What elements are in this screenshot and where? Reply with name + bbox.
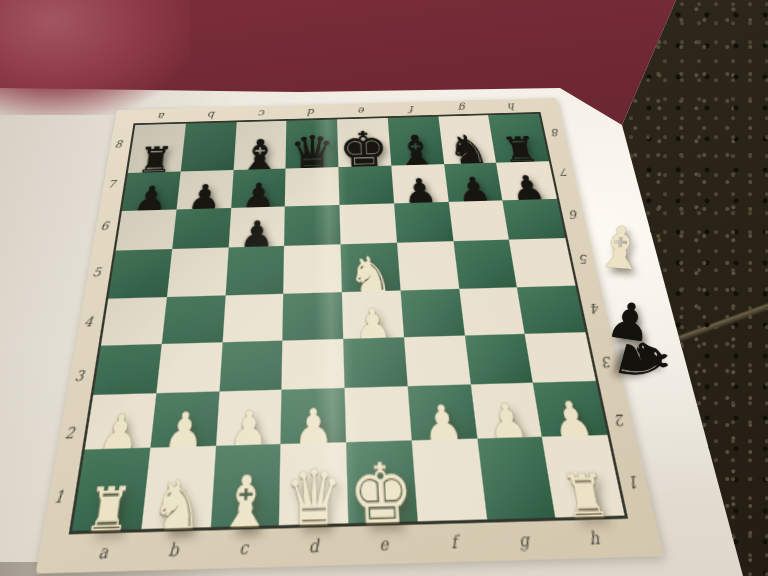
square-f5[interactable] [397, 241, 459, 290]
square-c7[interactable]: ♟ [231, 169, 286, 208]
square-f1[interactable] [411, 439, 486, 522]
square-b6[interactable] [172, 208, 231, 250]
file-label-a: a [67, 542, 140, 562]
square-b3[interactable] [156, 342, 222, 394]
square-e1[interactable]: ♚ [346, 440, 417, 523]
square-d6[interactable] [284, 205, 340, 247]
chessboard: ♜♝♛♚♝♞♜♟♟♟♟♟♟♟♞♟♟♟♟♟♟♟♟♜♞♝♛♚♜ abcdefgh a… [117, 98, 568, 495]
square-c6[interactable]: ♟ [228, 206, 285, 248]
file-label-top-h: h [486, 101, 538, 112]
square-c3[interactable] [219, 340, 283, 392]
rank-label-right-8: 8 [548, 113, 564, 151]
white-knight-b1[interactable]: ♞ [148, 471, 207, 540]
white-queen-d1[interactable]: ♛ [283, 460, 345, 538]
file-label-top-a: a [136, 111, 187, 122]
square-d8[interactable]: ♛ [286, 119, 339, 168]
rank-label-6: 6 [97, 205, 112, 249]
square-h2[interactable]: ♟ [533, 381, 607, 436]
square-h1[interactable]: ♜ [542, 435, 625, 518]
square-d4[interactable] [283, 292, 344, 340]
square-g4[interactable] [459, 287, 525, 335]
rank-label-3: 3 [70, 348, 88, 404]
square-a2[interactable]: ♟ [85, 394, 156, 450]
file-label-f: f [418, 532, 490, 552]
square-e3[interactable] [343, 337, 407, 388]
square-a7[interactable]: ♟ [122, 171, 181, 210]
square-c1[interactable]: ♝ [210, 444, 281, 527]
square-f8[interactable]: ♝ [387, 117, 443, 166]
square-a4[interactable] [101, 297, 167, 345]
white-rook-h1[interactable]: ♜ [558, 466, 616, 527]
square-e8[interactable]: ♚ [337, 118, 391, 167]
white-rook-a1[interactable]: ♜ [81, 479, 136, 540]
file-label-g: g [488, 531, 561, 551]
square-a3[interactable] [93, 344, 161, 396]
rank-label-7: 7 [104, 164, 118, 205]
square-e5[interactable]: ♞ [341, 243, 401, 292]
rank-label-2: 2 [60, 404, 79, 465]
square-c4[interactable] [222, 294, 283, 342]
square-h5[interactable] [509, 238, 575, 287]
square-g7[interactable]: ♟ [444, 163, 503, 202]
square-b1[interactable]: ♞ [141, 446, 215, 529]
square-h8[interactable]: ♜ [488, 114, 549, 163]
file-label-top-g: g [436, 102, 487, 113]
file-label-top-c: c [236, 108, 286, 119]
rank-label-right-7: 7 [556, 151, 573, 192]
square-h7[interactable]: ♟ [496, 161, 557, 200]
board-perspective-wrapper: ♜♝♛♚♝♞♜♟♟♟♟♟♟♟♞♟♟♟♟♟♟♟♟♜♞♝♛♚♜ abcdefgh a… [36, 98, 664, 574]
white-king-e1[interactable]: ♚ [348, 453, 417, 537]
rank-label-8: 8 [111, 125, 125, 164]
board-grid: ♜♝♛♚♝♞♜♟♟♟♟♟♟♟♞♟♟♟♟♟♟♟♟♜♞♝♛♚♜ [72, 114, 625, 531]
square-e7[interactable] [338, 166, 393, 205]
file-label-top-d: d [287, 107, 337, 118]
square-d7[interactable] [285, 167, 339, 206]
square-h6[interactable] [503, 198, 566, 239]
white-bishop-c1[interactable]: ♝ [216, 467, 274, 539]
square-h3[interactable] [525, 332, 596, 383]
square-a8[interactable]: ♜ [128, 124, 186, 173]
square-d5[interactable] [283, 244, 341, 293]
square-g5[interactable] [453, 240, 517, 289]
file-label-top-b: b [186, 109, 237, 120]
square-e4[interactable]: ♟ [342, 291, 404, 339]
square-e6[interactable] [339, 203, 396, 244]
square-f7[interactable]: ♟ [391, 164, 448, 203]
square-a1[interactable]: ♜ [72, 448, 150, 531]
square-b4[interactable] [162, 296, 226, 344]
square-f2[interactable]: ♟ [407, 385, 476, 440]
square-b5[interactable] [167, 248, 229, 298]
square-g3[interactable] [464, 334, 533, 385]
square-f4[interactable] [400, 289, 464, 337]
wall-highlight [0, 0, 190, 115]
square-b8[interactable] [180, 122, 236, 171]
square-a6[interactable] [116, 209, 177, 251]
rank-label-5: 5 [89, 249, 105, 297]
square-g6[interactable] [448, 200, 509, 241]
square-c2[interactable]: ♟ [215, 390, 281, 446]
square-f6[interactable] [394, 201, 453, 242]
rank-label-4: 4 [80, 297, 97, 349]
square-c8[interactable]: ♝ [233, 121, 287, 170]
square-c5[interactable] [225, 246, 284, 296]
square-b7[interactable]: ♟ [176, 170, 233, 209]
file-label-top-e: e [337, 105, 388, 116]
file-label-top-f: f [387, 104, 438, 115]
square-h4[interactable] [517, 286, 585, 334]
square-d2[interactable]: ♟ [281, 388, 346, 444]
square-g2[interactable]: ♟ [470, 383, 542, 438]
square-a5[interactable] [108, 249, 172, 299]
square-f3[interactable] [404, 335, 471, 386]
square-g8[interactable]: ♞ [438, 115, 496, 164]
square-b2[interactable]: ♟ [150, 392, 219, 448]
captured-white-bishop[interactable]: ♝ [592, 217, 648, 278]
square-e2[interactable] [345, 387, 412, 442]
board-border: ♜♝♛♚♝♞♜♟♟♟♟♟♟♟♞♟♟♟♟♟♟♟♟♜♞♝♛♚♜ abcdefgh a… [36, 98, 664, 574]
square-d3[interactable] [282, 339, 345, 391]
square-d1[interactable]: ♛ [279, 442, 348, 525]
